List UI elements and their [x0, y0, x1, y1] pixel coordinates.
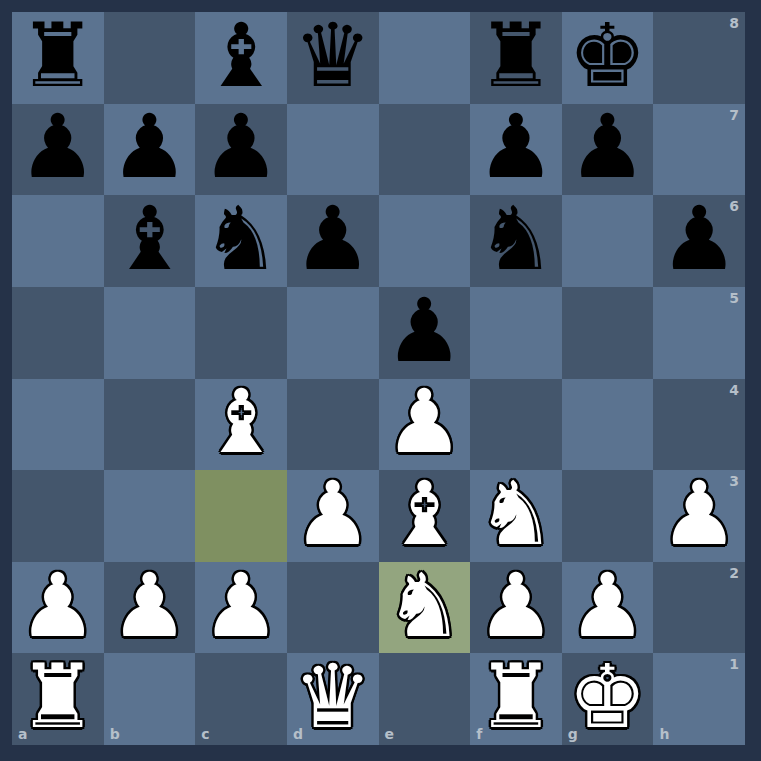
square-c2[interactable]: ♟	[195, 562, 287, 654]
square-e8[interactable]	[379, 12, 471, 104]
square-h5[interactable]: 5	[653, 287, 745, 379]
square-a8[interactable]: ♜	[12, 12, 104, 104]
square-a3[interactable]	[12, 470, 104, 562]
white-bishop[interactable]: ♝	[385, 470, 464, 558]
square-f1[interactable]: ♜f	[470, 653, 562, 745]
square-c7[interactable]: ♟	[195, 104, 287, 196]
square-g2[interactable]: ♟	[562, 562, 654, 654]
white-pawn[interactable]: ♟	[18, 562, 97, 650]
file-label-h: h	[659, 726, 669, 742]
square-e7[interactable]	[379, 104, 471, 196]
square-e2[interactable]: ♞	[379, 562, 471, 654]
square-e4[interactable]: ♟	[379, 379, 471, 471]
square-b7[interactable]: ♟	[104, 104, 196, 196]
square-e1[interactable]: e	[379, 653, 471, 745]
square-d8[interactable]: ♛	[287, 12, 379, 104]
square-b3[interactable]	[104, 470, 196, 562]
black-pawn[interactable]: ♟	[18, 103, 97, 191]
file-label-e: e	[385, 726, 395, 742]
white-rook[interactable]: ♜	[18, 653, 97, 741]
black-knight[interactable]: ♞	[476, 195, 555, 283]
rank-label-5: 5	[729, 290, 739, 306]
black-pawn[interactable]: ♟	[660, 195, 739, 283]
square-h3[interactable]: ♟3	[653, 470, 745, 562]
square-c5[interactable]	[195, 287, 287, 379]
white-king[interactable]: ♚	[568, 653, 647, 741]
file-label-c: c	[201, 726, 209, 742]
square-f4[interactable]	[470, 379, 562, 471]
square-g7[interactable]: ♟	[562, 104, 654, 196]
rank-label-8: 8	[729, 15, 739, 31]
black-pawn[interactable]: ♟	[293, 195, 372, 283]
square-b1[interactable]: b	[104, 653, 196, 745]
rank-label-1: 1	[729, 656, 739, 672]
square-f6[interactable]: ♞	[470, 195, 562, 287]
square-c1[interactable]: c	[195, 653, 287, 745]
square-b4[interactable]	[104, 379, 196, 471]
white-pawn[interactable]: ♟	[660, 470, 739, 558]
white-rook[interactable]: ♜	[476, 653, 555, 741]
square-g1[interactable]: ♚g	[562, 653, 654, 745]
black-pawn[interactable]: ♟	[568, 103, 647, 191]
square-c4[interactable]: ♝	[195, 379, 287, 471]
white-knight[interactable]: ♞	[385, 562, 464, 650]
square-g4[interactable]	[562, 379, 654, 471]
chess-board: ♜♝♛♜♚8♟♟♟♟♟7♝♞♟♞♟6♟5♝♟4♟♝♞♟3♟♟♟♞♟♟2♜abc♛…	[12, 12, 745, 745]
black-pawn[interactable]: ♟	[110, 103, 189, 191]
square-g5[interactable]	[562, 287, 654, 379]
square-d7[interactable]	[287, 104, 379, 196]
square-g6[interactable]	[562, 195, 654, 287]
square-d3[interactable]: ♟	[287, 470, 379, 562]
square-h4[interactable]: 4	[653, 379, 745, 471]
white-pawn[interactable]: ♟	[385, 378, 464, 466]
file-label-g: g	[568, 726, 578, 742]
black-pawn[interactable]: ♟	[202, 103, 281, 191]
white-knight[interactable]: ♞	[476, 470, 555, 558]
square-a7[interactable]: ♟	[12, 104, 104, 196]
white-pawn[interactable]: ♟	[202, 562, 281, 650]
square-h8[interactable]: 8	[653, 12, 745, 104]
square-d5[interactable]	[287, 287, 379, 379]
square-c6[interactable]: ♞	[195, 195, 287, 287]
white-pawn[interactable]: ♟	[293, 470, 372, 558]
square-f7[interactable]: ♟	[470, 104, 562, 196]
rank-label-7: 7	[729, 107, 739, 123]
square-h6[interactable]: ♟6	[653, 195, 745, 287]
square-f8[interactable]: ♜	[470, 12, 562, 104]
white-pawn[interactable]: ♟	[110, 562, 189, 650]
black-bishop[interactable]: ♝	[110, 195, 189, 283]
rank-label-4: 4	[729, 382, 739, 398]
square-d2[interactable]	[287, 562, 379, 654]
black-rook[interactable]: ♜	[476, 12, 555, 100]
square-e3[interactable]: ♝	[379, 470, 471, 562]
white-pawn[interactable]: ♟	[568, 562, 647, 650]
square-f2[interactable]: ♟	[470, 562, 562, 654]
square-c3[interactable]	[195, 470, 287, 562]
board-frame: ♜♝♛♜♚8♟♟♟♟♟7♝♞♟♞♟6♟5♝♟4♟♝♞♟3♟♟♟♞♟♟2♜abc♛…	[0, 0, 761, 761]
square-f3[interactable]: ♞	[470, 470, 562, 562]
square-d1[interactable]: ♛d	[287, 653, 379, 745]
black-rook[interactable]: ♜	[18, 12, 97, 100]
square-e5[interactable]: ♟	[379, 287, 471, 379]
square-h1[interactable]: 1h	[653, 653, 745, 745]
square-h7[interactable]: 7	[653, 104, 745, 196]
square-a5[interactable]	[12, 287, 104, 379]
square-g3[interactable]	[562, 470, 654, 562]
white-pawn[interactable]: ♟	[476, 562, 555, 650]
square-b6[interactable]: ♝	[104, 195, 196, 287]
square-b5[interactable]	[104, 287, 196, 379]
square-d6[interactable]: ♟	[287, 195, 379, 287]
square-a1[interactable]: ♜a	[12, 653, 104, 745]
black-pawn[interactable]: ♟	[385, 287, 464, 375]
square-d4[interactable]	[287, 379, 379, 471]
square-f5[interactable]	[470, 287, 562, 379]
square-h2[interactable]: 2	[653, 562, 745, 654]
square-a6[interactable]	[12, 195, 104, 287]
file-label-a: a	[18, 726, 27, 742]
white-queen[interactable]: ♛	[293, 653, 372, 741]
square-g8[interactable]: ♚	[562, 12, 654, 104]
file-label-b: b	[110, 726, 120, 742]
white-bishop[interactable]: ♝	[202, 378, 281, 466]
file-label-d: d	[293, 726, 303, 742]
rank-label-6: 6	[729, 198, 739, 214]
square-b2[interactable]: ♟	[104, 562, 196, 654]
file-label-f: f	[476, 726, 482, 742]
square-b8[interactable]	[104, 12, 196, 104]
black-knight[interactable]: ♞	[202, 195, 281, 283]
black-king[interactable]: ♚	[568, 12, 647, 100]
square-a2[interactable]: ♟	[12, 562, 104, 654]
square-a4[interactable]	[12, 379, 104, 471]
rank-label-3: 3	[729, 473, 739, 489]
rank-label-2: 2	[729, 565, 739, 581]
black-queen[interactable]: ♛	[293, 12, 372, 100]
square-e6[interactable]	[379, 195, 471, 287]
square-c8[interactable]: ♝	[195, 12, 287, 104]
black-bishop[interactable]: ♝	[202, 12, 281, 100]
black-pawn[interactable]: ♟	[476, 103, 555, 191]
